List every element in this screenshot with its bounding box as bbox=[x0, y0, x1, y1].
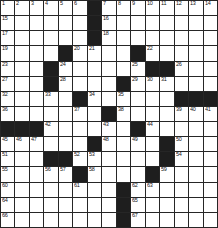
grid-cell-r5c1[interactable]: 23 bbox=[1, 62, 14, 76]
grid-cell-r15c4[interactable] bbox=[44, 213, 57, 227]
grid-cell-r12c8[interactable] bbox=[102, 167, 115, 181]
grid-cell-r9c15[interactable] bbox=[204, 122, 217, 136]
grid-cell-r11c6[interactable]: 52 bbox=[73, 152, 86, 166]
grid-cell-r11c10[interactable] bbox=[131, 152, 144, 166]
grid-cell-r11c2[interactable] bbox=[15, 152, 28, 166]
grid-cell-r4c4[interactable] bbox=[44, 46, 57, 60]
grid-cell-r7c10[interactable] bbox=[131, 92, 144, 106]
clue-number: 53 bbox=[89, 152, 95, 158]
grid-cell-r1c6[interactable]: 6 bbox=[73, 1, 86, 15]
grid-cell-r13c3[interactable] bbox=[30, 183, 43, 197]
clue-number: 15 bbox=[2, 16, 8, 22]
clue-number: 57 bbox=[60, 167, 66, 173]
grid-cell-r12c7[interactable]: 58 bbox=[88, 167, 101, 181]
grid-cell-r8c14[interactable]: 40 bbox=[189, 107, 202, 121]
grid-cell-r7c5[interactable] bbox=[59, 92, 72, 106]
grid-cell-r6c8[interactable] bbox=[102, 77, 115, 91]
clue-number: 67 bbox=[132, 213, 138, 219]
grid-cell-r1c11[interactable]: 10 bbox=[146, 1, 159, 15]
grid-cell-r2c15[interactable] bbox=[204, 16, 217, 30]
grid-cell-r5c8[interactable] bbox=[102, 62, 115, 76]
grid-cell-r11c8[interactable] bbox=[102, 152, 115, 166]
grid-cell-r13c8[interactable] bbox=[102, 183, 115, 197]
black-square-r5c11 bbox=[146, 62, 159, 76]
black-square-r8c8 bbox=[102, 107, 115, 121]
clue-number: 25 bbox=[132, 62, 138, 68]
grid-cell-r6c14[interactable] bbox=[189, 77, 202, 91]
clue-number: 60 bbox=[2, 183, 8, 189]
clue-number: 55 bbox=[2, 167, 8, 173]
grid-cell-r3c3[interactable] bbox=[30, 31, 43, 45]
grid-cell-r8c13[interactable]: 39 bbox=[175, 107, 188, 121]
grid-cell-r8c15[interactable]: 41 bbox=[204, 107, 217, 121]
black-square-r13c9 bbox=[117, 183, 130, 197]
black-square-r1c7 bbox=[88, 1, 101, 15]
clue-number: 40 bbox=[190, 107, 196, 113]
black-square-r7c15 bbox=[204, 92, 217, 106]
black-square-r7c13 bbox=[175, 92, 188, 106]
grid-cell-r2c4[interactable] bbox=[44, 16, 57, 30]
grid-cell-r3c13[interactable] bbox=[175, 31, 188, 45]
grid-cell-r3c8[interactable]: 18 bbox=[102, 31, 115, 45]
clue-number: 51 bbox=[2, 152, 8, 158]
clue-number: 66 bbox=[2, 213, 8, 219]
grid-cell-r11c13[interactable]: 54 bbox=[175, 152, 188, 166]
grid-cell-r4c2[interactable] bbox=[15, 46, 28, 60]
clue-number: 26 bbox=[176, 62, 182, 68]
grid-cell-r9c8[interactable]: 43 bbox=[102, 122, 115, 136]
grid-cell-r2c3[interactable] bbox=[30, 16, 43, 30]
grid-cell-r8c2[interactable] bbox=[15, 107, 28, 121]
clue-number: 59 bbox=[161, 167, 167, 173]
clue-number: 19 bbox=[2, 46, 8, 52]
grid-cell-r3c14[interactable] bbox=[189, 31, 202, 45]
black-square-r11c5 bbox=[59, 152, 72, 166]
grid-cell-r9c13[interactable] bbox=[175, 122, 188, 136]
black-square-r12c11 bbox=[146, 167, 159, 181]
grid-cell-r14c5[interactable] bbox=[59, 198, 72, 212]
grid-cell-r2c1[interactable]: 15 bbox=[1, 16, 14, 30]
clue-number: 17 bbox=[2, 31, 8, 37]
grid-cell-r13c15[interactable] bbox=[204, 183, 217, 197]
black-square-r3c7 bbox=[88, 31, 101, 45]
grid-cell-r15c11[interactable] bbox=[146, 213, 159, 227]
grid-cell-r13c10[interactable]: 62 bbox=[131, 183, 144, 197]
grid-cell-r2c10[interactable] bbox=[131, 16, 144, 30]
black-square-r7c6 bbox=[73, 92, 86, 106]
black-square-r10c7 bbox=[88, 137, 101, 151]
grid-cell-r4c9[interactable] bbox=[117, 46, 130, 60]
grid-cell-r3c12[interactable] bbox=[160, 31, 173, 45]
grid-cell-r1c9[interactable]: 8 bbox=[117, 1, 130, 15]
grid-cell-r14c13[interactable] bbox=[175, 198, 188, 212]
grid-cell-r9c12[interactable] bbox=[160, 122, 173, 136]
grid-cell-r4c14[interactable] bbox=[189, 46, 202, 60]
grid-cell-r13c11[interactable]: 63 bbox=[146, 183, 159, 197]
grid-cell-r10c15[interactable] bbox=[204, 137, 217, 151]
clue-number: 31 bbox=[161, 77, 167, 83]
clue-number: 46 bbox=[16, 137, 22, 143]
clue-number: 22 bbox=[147, 46, 153, 52]
grid-cell-r8c7[interactable] bbox=[88, 107, 101, 121]
clue-number: 36 bbox=[2, 107, 8, 113]
black-square-r11c4 bbox=[44, 152, 57, 166]
grid-cell-r13c12[interactable] bbox=[160, 183, 173, 197]
clue-number: 42 bbox=[45, 122, 51, 128]
grid-cell-r3c2[interactable] bbox=[15, 31, 28, 45]
grid-cell-r9c6[interactable] bbox=[73, 122, 86, 136]
clue-number: 41 bbox=[205, 107, 211, 113]
clue-number: 44 bbox=[147, 122, 153, 128]
grid-cell-r8c4[interactable] bbox=[44, 107, 57, 121]
grid-cell-r2c6[interactable] bbox=[73, 16, 86, 30]
grid-cell-r12c14[interactable] bbox=[189, 167, 202, 181]
grid-cell-r15c14[interactable] bbox=[189, 213, 202, 227]
grid-cell-r9c7[interactable] bbox=[88, 122, 101, 136]
clue-number: 37 bbox=[74, 107, 80, 113]
grid-cell-r10c2[interactable]: 46 bbox=[15, 137, 28, 151]
grid-cell-r5c15[interactable] bbox=[204, 62, 217, 76]
grid-cell-r14c10[interactable]: 65 bbox=[131, 198, 144, 212]
clue-number: 30 bbox=[147, 77, 153, 83]
grid-cell-r8c10[interactable] bbox=[131, 107, 144, 121]
grid-cell-r10c8[interactable]: 48 bbox=[102, 137, 115, 151]
grid-cell-r1c14[interactable]: 13 bbox=[189, 1, 202, 15]
clue-number: 39 bbox=[176, 107, 182, 113]
grid-cell-r1c15[interactable]: 14 bbox=[204, 1, 217, 15]
grid-cell-r13c14[interactable] bbox=[189, 183, 202, 197]
grid-cell-r14c7[interactable] bbox=[88, 198, 101, 212]
clue-number: 50 bbox=[176, 137, 182, 143]
grid-cell-r5c14[interactable] bbox=[189, 62, 202, 76]
grid-cell-r15c7[interactable] bbox=[88, 213, 101, 227]
grid-cell-r14c1[interactable]: 64 bbox=[1, 198, 14, 212]
grid-cell-r2c9[interactable] bbox=[117, 16, 130, 30]
grid-cell-r3c1[interactable]: 17 bbox=[1, 31, 14, 45]
grid-cell-r12c3[interactable] bbox=[30, 167, 43, 181]
grid-cell-r15c2[interactable] bbox=[15, 213, 28, 227]
clue-number: 47 bbox=[31, 137, 37, 143]
black-square-r7c14 bbox=[189, 92, 202, 106]
grid-cell-r3c5[interactable] bbox=[59, 31, 72, 45]
black-square-r2c7 bbox=[88, 16, 101, 30]
black-square-r5c12 bbox=[160, 62, 173, 76]
clue-number: 2 bbox=[16, 1, 19, 7]
grid-cell-r1c10[interactable]: 9 bbox=[131, 1, 144, 15]
grid-cell-r12c4[interactable]: 56 bbox=[44, 167, 57, 181]
clue-number: 3 bbox=[31, 1, 34, 7]
grid-cell-r12c2[interactable] bbox=[15, 167, 28, 181]
grid-cell-r12c15[interactable] bbox=[204, 167, 217, 181]
grid-cell-r4c15[interactable] bbox=[204, 46, 217, 60]
clue-number: 27 bbox=[2, 77, 8, 83]
grid-cell-r7c9[interactable]: 35 bbox=[117, 92, 130, 106]
clue-number: 45 bbox=[2, 137, 8, 143]
grid-cell-r9c11[interactable]: 44 bbox=[146, 122, 159, 136]
grid-cell-r9c9[interactable] bbox=[117, 122, 130, 136]
black-square-r10c12 bbox=[160, 137, 173, 151]
grid-cell-r7c11[interactable] bbox=[146, 92, 159, 106]
grid-cell-r10c10[interactable]: 49 bbox=[131, 137, 144, 151]
grid-cell-r1c2[interactable]: 2 bbox=[15, 1, 28, 15]
grid-cell-r4c6[interactable]: 20 bbox=[73, 46, 86, 60]
grid-cell-r8c1[interactable]: 36 bbox=[1, 107, 14, 121]
clue-number: 28 bbox=[60, 77, 66, 83]
grid-cell-r6c6[interactable] bbox=[73, 77, 86, 91]
grid-cell-r7c12[interactable] bbox=[160, 92, 173, 106]
grid-cell-r14c3[interactable] bbox=[30, 198, 43, 212]
clue-number: 12 bbox=[176, 1, 182, 7]
grid-cell-r6c11[interactable]: 30 bbox=[146, 77, 159, 91]
grid-cell-r15c8[interactable] bbox=[102, 213, 115, 227]
black-square-r6c9 bbox=[117, 77, 130, 91]
clue-number: 58 bbox=[89, 167, 95, 173]
grid-cell-r10c3[interactable]: 47 bbox=[30, 137, 43, 151]
grid-cell-r13c13[interactable] bbox=[175, 183, 188, 197]
grid-cell-r2c2[interactable] bbox=[15, 16, 28, 30]
grid-cell-r7c4[interactable]: 33 bbox=[44, 92, 57, 106]
clue-number: 23 bbox=[2, 62, 8, 68]
grid-cell-r4c7[interactable]: 21 bbox=[88, 46, 101, 60]
grid-cell-r15c5[interactable] bbox=[59, 213, 72, 227]
clue-number: 35 bbox=[118, 92, 124, 98]
clue-number: 4 bbox=[45, 1, 48, 7]
grid-cell-r12c12[interactable]: 59 bbox=[160, 167, 173, 181]
clue-number: 63 bbox=[147, 183, 153, 189]
grid-cell-r7c2[interactable] bbox=[15, 92, 28, 106]
black-square-r6c4 bbox=[44, 77, 57, 91]
clue-number: 9 bbox=[132, 1, 135, 7]
grid-cell-r10c11[interactable] bbox=[146, 137, 159, 151]
grid-cell-r12c1[interactable]: 55 bbox=[1, 167, 14, 181]
clue-number: 18 bbox=[103, 31, 109, 37]
grid-cell-r4c8[interactable] bbox=[102, 46, 115, 60]
grid-cell-r11c15[interactable] bbox=[204, 152, 217, 166]
clue-number: 7 bbox=[103, 1, 106, 7]
grid-cell-r15c15[interactable] bbox=[204, 213, 217, 227]
grid-cell-r1c4[interactable]: 4 bbox=[44, 1, 57, 15]
grid-cell-r3c9[interactable] bbox=[117, 31, 130, 45]
grid-cell-r12c5[interactable]: 57 bbox=[59, 167, 72, 181]
grid-cell-r9c14[interactable] bbox=[189, 122, 202, 136]
clue-number: 5 bbox=[60, 1, 63, 7]
black-square-r4c5 bbox=[59, 46, 72, 60]
clue-number: 61 bbox=[74, 183, 80, 189]
grid-cell-r6c5[interactable]: 28 bbox=[59, 77, 72, 91]
grid-cell-r2c13[interactable] bbox=[175, 16, 188, 30]
grid-cell-r12c9[interactable] bbox=[117, 167, 130, 181]
clue-number: 14 bbox=[205, 1, 211, 7]
grid-cell-r10c5[interactable] bbox=[59, 137, 72, 151]
grid-cell-r5c3[interactable] bbox=[30, 62, 43, 76]
clue-number: 54 bbox=[176, 152, 182, 158]
grid-cell-r4c3[interactable] bbox=[30, 46, 43, 60]
black-square-r9c10 bbox=[131, 122, 144, 136]
grid-cell-r13c7[interactable] bbox=[88, 183, 101, 197]
grid-cell-r9c4[interactable]: 42 bbox=[44, 122, 57, 136]
grid-cell-r10c1[interactable]: 45 bbox=[1, 137, 14, 151]
grid-cell-r13c6[interactable]: 61 bbox=[73, 183, 86, 197]
clue-number: 16 bbox=[103, 16, 109, 22]
grid-cell-r2c5[interactable] bbox=[59, 16, 72, 30]
grid-cell-r2c8[interactable]: 16 bbox=[102, 16, 115, 30]
grid-cell-r5c6[interactable] bbox=[73, 62, 86, 76]
grid-cell-r1c8[interactable]: 7 bbox=[102, 1, 115, 15]
grid-cell-r7c3[interactable] bbox=[30, 92, 43, 106]
clue-number: 34 bbox=[89, 92, 95, 98]
grid-cell-r7c1[interactable]: 32 bbox=[1, 92, 14, 106]
grid-cell-r1c13[interactable]: 12 bbox=[175, 1, 188, 15]
grid-cell-r11c14[interactable] bbox=[189, 152, 202, 166]
grid-cell-r1c3[interactable]: 3 bbox=[30, 1, 43, 15]
clue-number: 21 bbox=[89, 46, 95, 52]
grid-cell-r8c3[interactable] bbox=[30, 107, 43, 121]
grid-cell-r3c11[interactable] bbox=[146, 31, 159, 45]
grid-cell-r11c3[interactable] bbox=[30, 152, 43, 166]
grid-cell-r3c10[interactable] bbox=[131, 31, 144, 45]
clue-number: 65 bbox=[132, 198, 138, 204]
grid-cell-r14c15[interactable] bbox=[204, 198, 217, 212]
grid-cell-r14c11[interactable] bbox=[146, 198, 159, 212]
clue-number: 49 bbox=[132, 137, 138, 143]
clue-number: 8 bbox=[118, 1, 121, 7]
grid-cell-r14c8[interactable] bbox=[102, 198, 115, 212]
grid-cell-r10c14[interactable] bbox=[189, 137, 202, 151]
black-square-r5c4 bbox=[44, 62, 57, 76]
grid-cell-r14c14[interactable] bbox=[189, 198, 202, 212]
black-square-r9c1 bbox=[1, 122, 14, 136]
grid-cell-r3c6[interactable] bbox=[73, 31, 86, 45]
grid-cell-r2c12[interactable] bbox=[160, 16, 173, 30]
clue-number: 24 bbox=[60, 62, 66, 68]
clue-number: 38 bbox=[118, 107, 124, 113]
grid-cell-r6c3[interactable] bbox=[30, 77, 43, 91]
grid-cell-r6c15[interactable] bbox=[204, 77, 217, 91]
grid-cell-r11c9[interactable] bbox=[117, 152, 130, 166]
grid-cell-r1c5[interactable]: 5 bbox=[59, 1, 72, 15]
grid-cell-r14c2[interactable] bbox=[15, 198, 28, 212]
grid-cell-r6c7[interactable] bbox=[88, 77, 101, 91]
grid-cell-r15c6[interactable] bbox=[73, 213, 86, 227]
grid-cell-r5c7[interactable] bbox=[88, 62, 101, 76]
grid-cell-r15c10[interactable]: 67 bbox=[131, 213, 144, 227]
grid-cell-r1c12[interactable]: 11 bbox=[160, 1, 173, 15]
grid-cell-r9c5[interactable] bbox=[59, 122, 72, 136]
grid-cell-r11c1[interactable]: 51 bbox=[1, 152, 14, 166]
clue-number: 64 bbox=[2, 198, 8, 204]
clue-number: 1 bbox=[2, 1, 5, 7]
grid-cell-r5c9[interactable] bbox=[117, 62, 130, 76]
grid-cell-r10c9[interactable] bbox=[117, 137, 130, 151]
grid-cell-r4c1[interactable]: 19 bbox=[1, 46, 14, 60]
grid-cell-r2c14[interactable] bbox=[189, 16, 202, 30]
clue-number: 29 bbox=[132, 77, 138, 83]
grid-cell-r14c6[interactable] bbox=[73, 198, 86, 212]
grid-cell-r11c11[interactable] bbox=[146, 152, 159, 166]
grid-cell-r13c2[interactable] bbox=[15, 183, 28, 197]
grid-cell-r4c11[interactable]: 22 bbox=[146, 46, 159, 60]
grid-cell-r3c15[interactable] bbox=[204, 31, 217, 45]
grid-cell-r14c4[interactable] bbox=[44, 198, 57, 212]
clue-number: 10 bbox=[147, 1, 153, 7]
grid-cell-r3c4[interactable] bbox=[44, 31, 57, 45]
grid-cell-r13c1[interactable]: 60 bbox=[1, 183, 14, 197]
grid-cell-r6c2[interactable] bbox=[15, 77, 28, 91]
grid-cell-r8c5[interactable] bbox=[59, 107, 72, 121]
clue-number: 56 bbox=[45, 167, 51, 173]
clue-number: 33 bbox=[45, 92, 51, 98]
grid-cell-r8c11[interactable] bbox=[146, 107, 159, 121]
black-square-r15c9 bbox=[117, 213, 130, 227]
grid-cell-r14c12[interactable] bbox=[160, 198, 173, 212]
grid-cell-r15c3[interactable] bbox=[30, 213, 43, 227]
grid-cell-r10c13[interactable]: 50 bbox=[175, 137, 188, 151]
grid-cell-r5c5[interactable]: 24 bbox=[59, 62, 72, 76]
grid-cell-r12c10[interactable] bbox=[131, 167, 144, 181]
clue-number: 11 bbox=[161, 1, 166, 7]
grid-cell-r6c1[interactable]: 27 bbox=[1, 77, 14, 91]
grid-cell-r1c1[interactable]: 1 bbox=[1, 1, 14, 15]
grid-cell-r5c2[interactable] bbox=[15, 62, 28, 76]
grid-cell-r5c13[interactable]: 26 bbox=[175, 62, 188, 76]
clue-number: 20 bbox=[74, 46, 80, 52]
grid-cell-r12c13[interactable] bbox=[175, 167, 188, 181]
clue-number: 32 bbox=[2, 92, 8, 98]
grid-cell-r6c12[interactable]: 31 bbox=[160, 77, 173, 91]
black-square-r14c9 bbox=[117, 198, 130, 212]
grid-cell-r15c12[interactable] bbox=[160, 213, 173, 227]
clue-number: 13 bbox=[190, 1, 196, 7]
black-square-r9c2 bbox=[15, 122, 28, 136]
grid-cell-r8c9[interactable]: 38 bbox=[117, 107, 130, 121]
clue-number: 62 bbox=[132, 183, 138, 189]
grid-cell-r10c6[interactable] bbox=[73, 137, 86, 151]
grid-cell-r8c6[interactable]: 37 bbox=[73, 107, 86, 121]
black-square-r9c3 bbox=[30, 122, 43, 136]
grid-cell-r2c11[interactable] bbox=[146, 16, 159, 30]
grid-cell-r4c12[interactable] bbox=[160, 46, 173, 60]
grid-cell-r5c10[interactable]: 25 bbox=[131, 62, 144, 76]
grid-cell-r7c7[interactable]: 34 bbox=[88, 92, 101, 106]
grid-cell-r13c4[interactable] bbox=[44, 183, 57, 197]
crossword-grid: 1234567891011121314151617181920212223242… bbox=[0, 0, 218, 228]
grid-cell-r6c13[interactable] bbox=[175, 77, 188, 91]
grid-cell-r7c8[interactable] bbox=[102, 92, 115, 106]
grid-cell-r10c4[interactable] bbox=[44, 137, 57, 151]
clue-number: 6 bbox=[74, 1, 77, 7]
black-square-r12c6 bbox=[73, 167, 86, 181]
grid-cell-r8c12[interactable] bbox=[160, 107, 173, 121]
grid-cell-r13c5[interactable] bbox=[59, 183, 72, 197]
clue-number: 52 bbox=[74, 152, 80, 158]
black-square-r4c10 bbox=[131, 46, 144, 60]
grid-cell-r6c10[interactable]: 29 bbox=[131, 77, 144, 91]
clue-number: 43 bbox=[103, 122, 109, 128]
grid-cell-r15c1[interactable]: 66 bbox=[1, 213, 14, 227]
black-square-r11c12 bbox=[160, 152, 173, 166]
grid-cell-r11c7[interactable]: 53 bbox=[88, 152, 101, 166]
grid-cell-r4c13[interactable] bbox=[175, 46, 188, 60]
grid-cell-r15c13[interactable] bbox=[175, 213, 188, 227]
clue-number: 48 bbox=[103, 137, 109, 143]
